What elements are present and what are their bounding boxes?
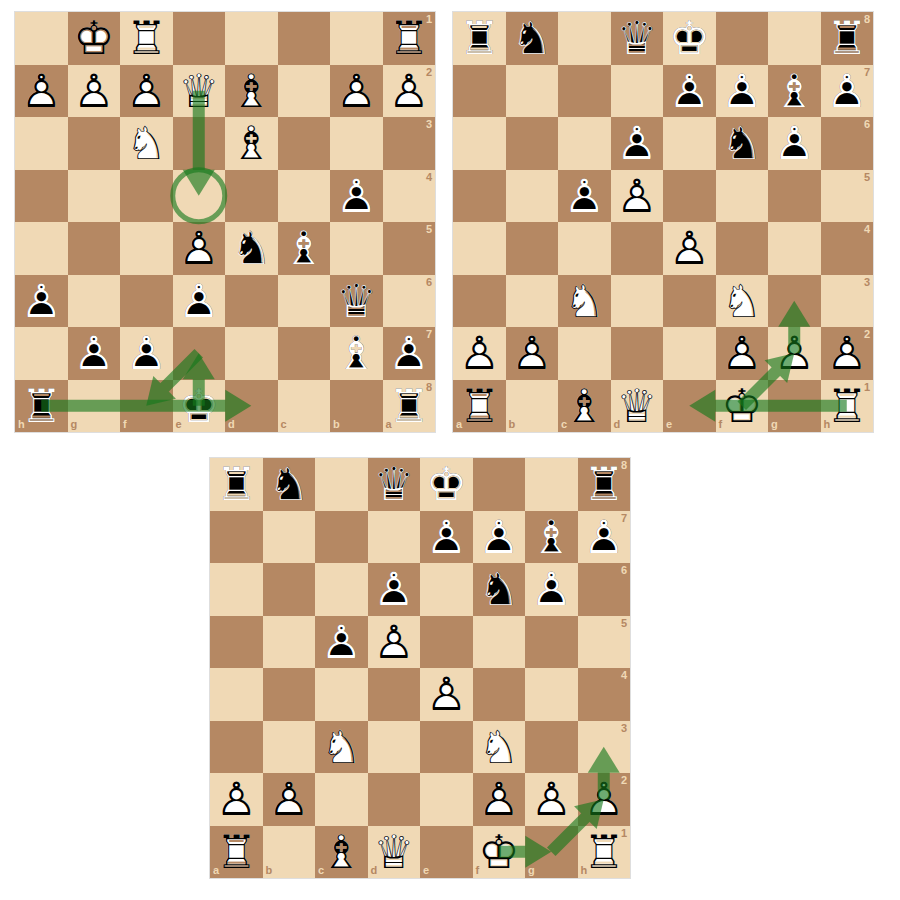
square-f6[interactable]: ♞♘	[716, 117, 769, 170]
square-a3[interactable]: 3	[383, 117, 436, 170]
square-h6[interactable]: 6	[578, 563, 631, 616]
square-e2[interactable]	[663, 327, 716, 380]
piece-wN-f3[interactable]: ♞♘	[120, 117, 173, 170]
square-c4[interactable]	[278, 170, 331, 223]
square-b1[interactable]	[330, 12, 383, 65]
piece-outline-icon: ♙	[506, 327, 559, 380]
piece-bN-f6[interactable]: ♞♘	[473, 563, 526, 616]
rank-label-8: 8	[864, 14, 870, 25]
piece-outline-icon: ♘	[120, 117, 173, 170]
square-g6[interactable]	[68, 275, 121, 328]
square-f6[interactable]: ♞♘	[473, 563, 526, 616]
piece-bQ-d8[interactable]: ♛♕	[611, 12, 664, 65]
square-h3[interactable]	[15, 117, 68, 170]
square-f8[interactable]: f	[120, 380, 173, 433]
square-b4[interactable]	[506, 222, 559, 275]
square-a4[interactable]	[210, 668, 263, 721]
piece-bR-a8[interactable]: ♜♖	[453, 12, 506, 65]
square-g8[interactable]	[525, 458, 578, 511]
piece-wP-d5[interactable]: ♟♙	[611, 170, 664, 223]
square-e5[interactable]	[420, 616, 473, 669]
piece-bB-b7[interactable]: ♝♗	[330, 327, 383, 380]
square-f7[interactable]: ♟♙	[120, 327, 173, 380]
square-f3[interactable]: ♞♘	[716, 275, 769, 328]
chess-board-bottom[interactable]: ♜♖♞♘♛♕♚♔♜♖8♟♙♟♙♝♗♟♙7♟♙♞♘♟♙6♟♙♟♙5♟♙4♞♘♞♘3…	[210, 458, 630, 878]
square-d5[interactable]: ♟♙	[611, 170, 664, 223]
square-h2[interactable]: ♟♙	[15, 65, 68, 118]
square-b5[interactable]	[330, 222, 383, 275]
square-c2[interactable]	[315, 773, 368, 826]
piece-outline-icon: ♙	[173, 275, 226, 328]
square-h8[interactable]: ♜♖h	[15, 380, 68, 433]
square-h4[interactable]: 4	[578, 668, 631, 721]
square-h4[interactable]	[15, 170, 68, 223]
square-f4[interactable]	[120, 170, 173, 223]
piece-bB-g7[interactable]: ♝♗	[525, 511, 578, 564]
piece-outline-icon: ♘	[225, 222, 278, 275]
chess-board-top-right[interactable]: ♜♖♞♘♛♕♚♔♜♖8♟♙♟♙♝♗♟♙7♟♙♞♘♟♙6♟♙♟♙5♟♙4♞♘♞♘3…	[453, 12, 873, 432]
square-b8[interactable]: b	[330, 380, 383, 433]
square-a8[interactable]: ♜♖	[453, 12, 506, 65]
piece-wP-d5[interactable]: ♟♙	[368, 616, 421, 669]
piece-bP-f7[interactable]: ♟♙	[473, 511, 526, 564]
square-b2[interactable]: ♟♙	[506, 327, 559, 380]
piece-wR-f1[interactable]: ♜♖	[120, 12, 173, 65]
square-d3[interactable]	[368, 721, 421, 774]
square-b3[interactable]	[330, 117, 383, 170]
square-d5[interactable]: ♟♙	[368, 616, 421, 669]
piece-wB-d3[interactable]: ♝♗	[225, 117, 278, 170]
square-h4[interactable]: 4	[821, 222, 874, 275]
piece-outline-icon: ♙	[120, 65, 173, 118]
square-g7[interactable]: ♝♗	[768, 65, 821, 118]
square-g2[interactable]: ♟♙	[525, 773, 578, 826]
square-e6[interactable]: ♟♙	[173, 275, 226, 328]
piece-outline-icon: ♘	[716, 275, 769, 328]
piece-bB-g7[interactable]: ♝♗	[768, 65, 821, 118]
square-a3[interactable]	[453, 275, 506, 328]
square-d2[interactable]: ♝♗	[225, 65, 278, 118]
piece-bP-f7[interactable]: ♟♙	[120, 327, 173, 380]
piece-outline-icon: ♙	[611, 117, 664, 170]
piece-bP-d6[interactable]: ♟♙	[368, 563, 421, 616]
square-d8[interactable]: ♛♕	[368, 458, 421, 511]
square-a7[interactable]	[453, 65, 506, 118]
piece-bP-h6[interactable]: ♟♙	[15, 275, 68, 328]
square-c1[interactable]	[278, 12, 331, 65]
square-h5[interactable]: 5	[578, 616, 631, 669]
square-e3[interactable]	[663, 275, 716, 328]
square-h6[interactable]: 6	[821, 117, 874, 170]
square-f4[interactable]	[716, 222, 769, 275]
piece-outline-icon: ♙	[68, 65, 121, 118]
square-h1[interactable]: ♜♖1h	[821, 380, 874, 433]
square-g6[interactable]: ♟♙	[768, 117, 821, 170]
square-e2[interactable]: ♛♕	[173, 65, 226, 118]
square-b5[interactable]	[506, 170, 559, 223]
piece-wP-h2[interactable]: ♟♙	[15, 65, 68, 118]
piece-wP-b2[interactable]: ♟♙	[330, 65, 383, 118]
square-c7[interactable]	[315, 511, 368, 564]
piece-outline-icon: ♘	[716, 117, 769, 170]
square-h5[interactable]	[15, 222, 68, 275]
square-g1[interactable]: g	[525, 826, 578, 879]
square-a1[interactable]: ♜♖a	[210, 826, 263, 879]
piece-wP-e4[interactable]: ♟♙	[420, 668, 473, 721]
rank-label-6: 6	[621, 565, 627, 576]
square-g7[interactable]: ♝♗	[525, 511, 578, 564]
square-c7[interactable]	[558, 65, 611, 118]
square-f8[interactable]	[473, 458, 526, 511]
square-b6[interactable]	[263, 563, 316, 616]
square-a2[interactable]: ♟♙2	[383, 65, 436, 118]
square-a2[interactable]: ♟♙	[453, 327, 506, 380]
piece-wP-g2[interactable]: ♟♙	[768, 327, 821, 380]
square-a1[interactable]: ♜♖1	[383, 12, 436, 65]
square-d7[interactable]	[368, 511, 421, 564]
square-e6[interactable]	[420, 563, 473, 616]
rank-label-7: 7	[426, 329, 432, 340]
square-d2[interactable]	[611, 327, 664, 380]
piece-wP-a2[interactable]: ♟♙	[210, 773, 263, 826]
square-a1[interactable]: ♜♖a	[453, 380, 506, 433]
piece-wP-e4[interactable]: ♟♙	[663, 222, 716, 275]
square-d3[interactable]: ♝♗	[225, 117, 278, 170]
rank-label-1: 1	[621, 828, 627, 839]
piece-outline-icon: ♙	[263, 773, 316, 826]
square-c6[interactable]	[315, 563, 368, 616]
file-label-e: e	[176, 419, 182, 430]
rank-label-1: 1	[426, 14, 432, 25]
square-e1[interactable]: e	[420, 826, 473, 879]
square-e4[interactable]: ♟♙	[663, 222, 716, 275]
square-f1[interactable]: ♚♔f	[716, 380, 769, 433]
square-e7[interactable]	[173, 327, 226, 380]
square-b4[interactable]: ♟♙	[330, 170, 383, 223]
piece-wP-a2[interactable]: ♟♙	[453, 327, 506, 380]
file-label-e: e	[423, 865, 429, 876]
square-b2[interactable]: ♟♙	[330, 65, 383, 118]
square-c3[interactable]: ♞♘	[315, 721, 368, 774]
square-c6[interactable]	[558, 117, 611, 170]
square-b2[interactable]: ♟♙	[263, 773, 316, 826]
square-b6[interactable]: ♛♕	[330, 275, 383, 328]
square-f6[interactable]	[120, 275, 173, 328]
piece-wK-f1[interactable]: ♚♔	[716, 380, 769, 433]
square-a8[interactable]: ♜♖	[210, 458, 263, 511]
square-a5[interactable]	[210, 616, 263, 669]
piece-wK-f1[interactable]: ♚♔	[473, 826, 526, 879]
square-c5[interactable]: ♟♙	[558, 170, 611, 223]
square-d4[interactable]	[225, 170, 278, 223]
square-d1[interactable]	[225, 12, 278, 65]
file-label-d: d	[614, 419, 621, 430]
piece-wP-f2[interactable]: ♟♙	[716, 327, 769, 380]
square-b1[interactable]: b	[506, 380, 559, 433]
square-e1[interactable]: e	[663, 380, 716, 433]
square-e6[interactable]	[663, 117, 716, 170]
piece-bP-d6[interactable]: ♟♙	[611, 117, 664, 170]
piece-wN-c3[interactable]: ♞♘	[558, 275, 611, 328]
square-e8[interactable]: ♚♔	[663, 12, 716, 65]
piece-bP-e6[interactable]: ♟♙	[173, 275, 226, 328]
square-d1[interactable]: ♛♕d	[611, 380, 664, 433]
piece-bP-b4[interactable]: ♟♙	[330, 170, 383, 223]
square-g3[interactable]	[525, 721, 578, 774]
square-g8[interactable]	[768, 12, 821, 65]
piece-outline-icon: ♙	[558, 170, 611, 223]
piece-bP-g7[interactable]: ♟♙	[68, 327, 121, 380]
square-c4[interactable]	[558, 222, 611, 275]
square-a7[interactable]	[210, 511, 263, 564]
square-g4[interactable]	[68, 170, 121, 223]
square-h3[interactable]: 3	[578, 721, 631, 774]
square-a7[interactable]: ♟♙7	[383, 327, 436, 380]
square-f5[interactable]	[120, 222, 173, 275]
square-a8[interactable]: ♜♖8a	[383, 380, 436, 433]
piece-bK-e8[interactable]: ♚♔	[663, 12, 716, 65]
square-f3[interactable]: ♞♘	[473, 721, 526, 774]
piece-outline-icon: ♙	[525, 563, 578, 616]
square-d7[interactable]	[225, 327, 278, 380]
piece-bR-a8[interactable]: ♜♖	[210, 458, 263, 511]
piece-wP-b2[interactable]: ♟♙	[506, 327, 559, 380]
piece-bN-f6[interactable]: ♞♘	[716, 117, 769, 170]
square-g1[interactable]: ♚♔	[68, 12, 121, 65]
square-c3[interactable]: ♞♘	[558, 275, 611, 328]
square-h8[interactable]: ♜♖8	[578, 458, 631, 511]
piece-wP-b2[interactable]: ♟♙	[263, 773, 316, 826]
square-b7[interactable]	[506, 65, 559, 118]
piece-bQ-d8[interactable]: ♛♕	[368, 458, 421, 511]
rank-label-4: 4	[864, 224, 870, 235]
board-grid: ♜♖♞♘♛♕♚♔♜♖8♟♙♟♙♝♗♟♙7♟♙♞♘♟♙6♟♙♟♙5♟♙4♞♘♞♘3…	[210, 458, 630, 878]
square-a3[interactable]	[210, 721, 263, 774]
square-e8[interactable]: ♚♔	[420, 458, 473, 511]
piece-wP-e5[interactable]: ♟♙	[173, 222, 226, 275]
square-g2[interactable]: ♟♙	[68, 65, 121, 118]
square-b4[interactable]	[263, 668, 316, 721]
square-f4[interactable]	[473, 668, 526, 721]
square-g2[interactable]: ♟♙	[768, 327, 821, 380]
square-b5[interactable]	[263, 616, 316, 669]
square-e3[interactable]	[173, 117, 226, 170]
square-e5[interactable]: ♟♙	[173, 222, 226, 275]
piece-bP-f7[interactable]: ♟♙	[716, 65, 769, 118]
piece-outline-icon: ♙	[473, 773, 526, 826]
square-e8[interactable]: ♚♔e	[173, 380, 226, 433]
square-b8[interactable]: ♞♘	[506, 12, 559, 65]
square-e2[interactable]	[420, 773, 473, 826]
square-f5[interactable]	[473, 616, 526, 669]
square-c1[interactable]: ♝♗c	[558, 380, 611, 433]
square-b6[interactable]	[506, 117, 559, 170]
square-b1[interactable]: b	[263, 826, 316, 879]
square-c5[interactable]: ♝♗	[278, 222, 331, 275]
square-h6[interactable]: ♟♙	[15, 275, 68, 328]
square-e4[interactable]	[173, 170, 226, 223]
square-f2[interactable]: ♟♙	[120, 65, 173, 118]
square-d8[interactable]: ♛♕	[611, 12, 664, 65]
piece-bB-c5[interactable]: ♝♗	[278, 222, 331, 275]
piece-wB-d2[interactable]: ♝♗	[225, 65, 278, 118]
square-e4[interactable]: ♟♙	[420, 668, 473, 721]
piece-bN-b8[interactable]: ♞♘	[506, 12, 559, 65]
square-c8[interactable]: c	[278, 380, 331, 433]
rank-label-6: 6	[864, 119, 870, 130]
piece-wN-f3[interactable]: ♞♘	[473, 721, 526, 774]
square-a2[interactable]: ♟♙	[210, 773, 263, 826]
square-g6[interactable]: ♟♙	[525, 563, 578, 616]
square-a5[interactable]	[453, 170, 506, 223]
square-e5[interactable]	[663, 170, 716, 223]
piece-bP-c5[interactable]: ♟♙	[558, 170, 611, 223]
square-e7[interactable]: ♟♙	[663, 65, 716, 118]
piece-outline-icon: ♙	[420, 511, 473, 564]
square-d1[interactable]: ♛♕d	[368, 826, 421, 879]
rank-label-8: 8	[426, 382, 432, 393]
piece-bK-e8[interactable]: ♚♔	[420, 458, 473, 511]
piece-outline-icon: ♙	[453, 327, 506, 380]
square-g4[interactable]	[768, 222, 821, 275]
piece-outline-icon: ♗	[768, 65, 821, 118]
piece-outline-icon: ♕	[330, 275, 383, 328]
square-f3[interactable]: ♞♘	[120, 117, 173, 170]
square-g3[interactable]	[768, 275, 821, 328]
square-d3[interactable]	[611, 275, 664, 328]
square-g5[interactable]	[68, 222, 121, 275]
square-d2[interactable]	[368, 773, 421, 826]
file-label-f: f	[476, 865, 480, 876]
piece-outline-icon: ♙	[663, 222, 716, 275]
square-f1[interactable]: ♚♔f	[473, 826, 526, 879]
file-label-a: a	[456, 419, 462, 430]
piece-outline-icon: ♕	[368, 458, 421, 511]
piece-wQ-e2[interactable]: ♛♕	[173, 65, 226, 118]
square-g8[interactable]: g	[68, 380, 121, 433]
piece-bP-g6[interactable]: ♟♙	[525, 563, 578, 616]
piece-wP-f2[interactable]: ♟♙	[473, 773, 526, 826]
square-h8[interactable]: ♜♖8	[821, 12, 874, 65]
square-h2[interactable]: ♟♙2	[578, 773, 631, 826]
square-c2[interactable]	[278, 65, 331, 118]
piece-wP-g2[interactable]: ♟♙	[68, 65, 121, 118]
square-g4[interactable]	[525, 668, 578, 721]
piece-bP-e7[interactable]: ♟♙	[663, 65, 716, 118]
square-d4[interactable]	[368, 668, 421, 721]
piece-outline-icon: ♗	[225, 65, 278, 118]
square-f5[interactable]	[716, 170, 769, 223]
square-d6[interactable]: ♟♙	[611, 117, 664, 170]
file-label-a: a	[213, 865, 219, 876]
square-a5[interactable]: 5	[383, 222, 436, 275]
square-e3[interactable]	[420, 721, 473, 774]
square-c8[interactable]	[558, 12, 611, 65]
square-f1[interactable]: ♜♖	[120, 12, 173, 65]
square-d7[interactable]	[611, 65, 664, 118]
square-b7[interactable]	[263, 511, 316, 564]
square-d5[interactable]: ♞♘	[225, 222, 278, 275]
square-c2[interactable]	[558, 327, 611, 380]
square-h7[interactable]: ♟♙7	[578, 511, 631, 564]
piece-wP-f2[interactable]: ♟♙	[120, 65, 173, 118]
piece-wK-g1[interactable]: ♚♔	[68, 12, 121, 65]
square-f7[interactable]: ♟♙	[716, 65, 769, 118]
square-c5[interactable]: ♟♙	[315, 616, 368, 669]
square-b7[interactable]: ♝♗	[330, 327, 383, 380]
piece-bQ-b6[interactable]: ♛♕	[330, 275, 383, 328]
square-a6[interactable]	[453, 117, 506, 170]
square-a4[interactable]	[453, 222, 506, 275]
square-c3[interactable]	[278, 117, 331, 170]
square-f2[interactable]: ♟♙	[716, 327, 769, 380]
square-g5[interactable]	[768, 170, 821, 223]
square-h7[interactable]	[15, 327, 68, 380]
square-a6[interactable]	[210, 563, 263, 616]
square-h1[interactable]	[15, 12, 68, 65]
piece-bP-g6[interactable]: ♟♙	[768, 117, 821, 170]
square-h7[interactable]: ♟♙7	[821, 65, 874, 118]
rank-label-5: 5	[864, 172, 870, 183]
square-b8[interactable]: ♞♘	[263, 458, 316, 511]
square-h1[interactable]: ♜♖1h	[578, 826, 631, 879]
piece-wN-c3[interactable]: ♞♘	[315, 721, 368, 774]
square-g3[interactable]	[68, 117, 121, 170]
piece-outline-icon: ♘	[263, 458, 316, 511]
square-f8[interactable]	[716, 12, 769, 65]
square-h3[interactable]: 3	[821, 275, 874, 328]
square-d6[interactable]	[225, 275, 278, 328]
square-g5[interactable]	[525, 616, 578, 669]
square-f2[interactable]: ♟♙	[473, 773, 526, 826]
piece-outline-icon: ♙	[768, 327, 821, 380]
square-g1[interactable]: g	[768, 380, 821, 433]
square-c8[interactable]	[315, 458, 368, 511]
square-b3[interactable]	[506, 275, 559, 328]
piece-outline-icon: ♙	[716, 65, 769, 118]
square-g7[interactable]: ♟♙	[68, 327, 121, 380]
square-b3[interactable]	[263, 721, 316, 774]
square-h2[interactable]: ♟♙2	[821, 327, 874, 380]
square-h5[interactable]: 5	[821, 170, 874, 223]
piece-wP-g2[interactable]: ♟♙	[525, 773, 578, 826]
piece-outline-icon: ♔	[420, 458, 473, 511]
square-f7[interactable]: ♟♙	[473, 511, 526, 564]
piece-outline-icon: ♙	[716, 327, 769, 380]
piece-bP-e7[interactable]: ♟♙	[420, 511, 473, 564]
square-d4[interactable]	[611, 222, 664, 275]
piece-bN-b8[interactable]: ♞♘	[263, 458, 316, 511]
square-c4[interactable]	[315, 668, 368, 721]
square-c6[interactable]	[278, 275, 331, 328]
square-c1[interactable]: ♝♗c	[315, 826, 368, 879]
file-label-g: g	[771, 419, 778, 430]
chess-board-top-left[interactable]: ♚♔♜♖♜♖1♟♙♟♙♟♙♛♕♝♗♟♙♟♙2♞♘♝♗3♟♙4♟♙♞♘♝♗5♟♙♟…	[15, 12, 435, 432]
lesson-page: ♚♔♜♖♜♖1♟♙♟♙♟♙♛♕♝♗♟♙♟♙2♞♘♝♗3♟♙4♟♙♞♘♝♗5♟♙♟…	[0, 0, 900, 900]
square-a4[interactable]: 4	[383, 170, 436, 223]
square-e1[interactable]	[173, 12, 226, 65]
square-e7[interactable]: ♟♙	[420, 511, 473, 564]
piece-bN-d5[interactable]: ♞♘	[225, 222, 278, 275]
square-a6[interactable]: 6	[383, 275, 436, 328]
rank-label-5: 5	[426, 224, 432, 235]
square-c7[interactable]	[278, 327, 331, 380]
piece-wN-f3[interactable]: ♞♘	[716, 275, 769, 328]
square-d8[interactable]: d	[225, 380, 278, 433]
piece-outline-icon: ♙	[473, 511, 526, 564]
square-d6[interactable]: ♟♙	[368, 563, 421, 616]
piece-bP-c5[interactable]: ♟♙	[315, 616, 368, 669]
